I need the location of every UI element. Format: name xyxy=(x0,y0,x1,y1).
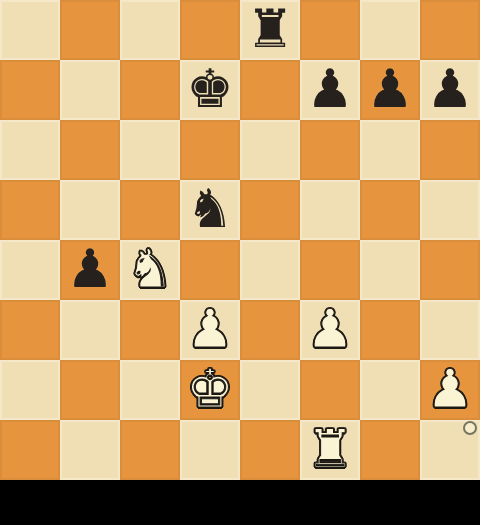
square-d3[interactable]: ♟ xyxy=(180,300,240,360)
square-b3[interactable] xyxy=(60,300,120,360)
chess-board: ♜♚♟♟♟♞♟♞♟♟♚♟♜ xyxy=(0,0,480,480)
square-b1[interactable] xyxy=(60,420,120,480)
square-f2[interactable] xyxy=(300,360,360,420)
square-c3[interactable] xyxy=(120,300,180,360)
square-c5[interactable] xyxy=(120,180,180,240)
square-h7[interactable]: ♟ xyxy=(420,60,480,120)
square-g3[interactable] xyxy=(360,300,420,360)
square-a7[interactable] xyxy=(0,60,60,120)
square-e8[interactable]: ♜ xyxy=(240,0,300,60)
square-g5[interactable] xyxy=(360,180,420,240)
chess-app-viewport: ♜♚♟♟♟♞♟♞♟♟♚♟♜ xyxy=(0,0,480,525)
square-e2[interactable] xyxy=(240,360,300,420)
square-d1[interactable] xyxy=(180,420,240,480)
white-pawn[interactable]: ♟ xyxy=(426,359,474,419)
square-d2[interactable]: ♚ xyxy=(180,360,240,420)
square-a8[interactable] xyxy=(0,0,60,60)
square-a3[interactable] xyxy=(0,300,60,360)
black-knight[interactable]: ♞ xyxy=(186,179,234,239)
square-d6[interactable] xyxy=(180,120,240,180)
square-e1[interactable] xyxy=(240,420,300,480)
square-e3[interactable] xyxy=(240,300,300,360)
black-pawn[interactable]: ♟ xyxy=(66,239,114,299)
white-king[interactable]: ♚ xyxy=(186,359,234,419)
white-knight[interactable]: ♞ xyxy=(126,239,174,299)
square-b6[interactable] xyxy=(60,120,120,180)
square-d8[interactable] xyxy=(180,0,240,60)
square-a4[interactable] xyxy=(0,240,60,300)
square-f4[interactable] xyxy=(300,240,360,300)
square-e5[interactable] xyxy=(240,180,300,240)
square-c7[interactable] xyxy=(120,60,180,120)
black-pawn[interactable]: ♟ xyxy=(306,59,354,119)
square-c2[interactable] xyxy=(120,360,180,420)
square-e7[interactable] xyxy=(240,60,300,120)
square-g1[interactable] xyxy=(360,420,420,480)
square-h5[interactable] xyxy=(420,180,480,240)
square-g6[interactable] xyxy=(360,120,420,180)
square-e6[interactable] xyxy=(240,120,300,180)
square-c1[interactable] xyxy=(120,420,180,480)
square-c6[interactable] xyxy=(120,120,180,180)
square-f3[interactable]: ♟ xyxy=(300,300,360,360)
letterbox-bar xyxy=(0,480,480,525)
square-f5[interactable] xyxy=(300,180,360,240)
square-f1[interactable]: ♜ xyxy=(300,420,360,480)
black-pawn[interactable]: ♟ xyxy=(426,59,474,119)
square-d7[interactable]: ♚ xyxy=(180,60,240,120)
black-king[interactable]: ♚ xyxy=(186,59,234,119)
square-b4[interactable]: ♟ xyxy=(60,240,120,300)
square-h2[interactable]: ♟ xyxy=(420,360,480,420)
square-b8[interactable] xyxy=(60,0,120,60)
black-pawn[interactable]: ♟ xyxy=(366,59,414,119)
square-b7[interactable] xyxy=(60,60,120,120)
square-g7[interactable]: ♟ xyxy=(360,60,420,120)
square-g8[interactable] xyxy=(360,0,420,60)
square-h3[interactable] xyxy=(420,300,480,360)
square-a6[interactable] xyxy=(0,120,60,180)
square-g2[interactable] xyxy=(360,360,420,420)
square-a2[interactable] xyxy=(0,360,60,420)
black-rook[interactable]: ♜ xyxy=(246,0,294,59)
white-pawn[interactable]: ♟ xyxy=(306,299,354,359)
square-g4[interactable] xyxy=(360,240,420,300)
square-c8[interactable] xyxy=(120,0,180,60)
square-f6[interactable] xyxy=(300,120,360,180)
square-h4[interactable] xyxy=(420,240,480,300)
square-d5[interactable]: ♞ xyxy=(180,180,240,240)
white-rook[interactable]: ♜ xyxy=(306,419,354,479)
square-f7[interactable]: ♟ xyxy=(300,60,360,120)
white-pawn[interactable]: ♟ xyxy=(186,299,234,359)
square-a5[interactable] xyxy=(0,180,60,240)
square-d4[interactable] xyxy=(180,240,240,300)
square-a1[interactable] xyxy=(0,420,60,480)
square-h6[interactable] xyxy=(420,120,480,180)
square-b5[interactable] xyxy=(60,180,120,240)
square-b2[interactable] xyxy=(60,360,120,420)
square-h8[interactable] xyxy=(420,0,480,60)
side-to-move-indicator-circle xyxy=(463,421,477,435)
square-e4[interactable] xyxy=(240,240,300,300)
square-f8[interactable] xyxy=(300,0,360,60)
square-c4[interactable]: ♞ xyxy=(120,240,180,300)
